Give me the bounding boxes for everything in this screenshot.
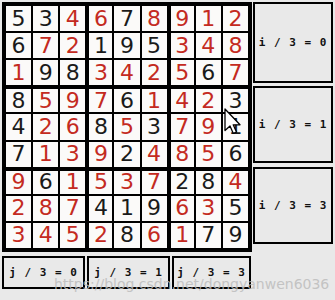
sudoku-cell-r9c7[interactable]: 1: [168, 222, 195, 249]
sudoku-cell-r2c1[interactable]: 6: [5, 32, 32, 59]
sudoku-cell-r6c5[interactable]: 2: [113, 141, 140, 168]
sudoku-cell-r2c2[interactable]: 7: [32, 32, 59, 59]
row-band-label-1: i / 3 = 1: [253, 86, 333, 163]
sudoku-cell-r1c7[interactable]: 9: [168, 5, 195, 32]
sudoku-cell-r1c1[interactable]: 5: [5, 5, 32, 32]
sudoku-cell-r4c3[interactable]: 9: [59, 86, 86, 113]
sudoku-cell-r3c9[interactable]: 7: [222, 59, 249, 86]
row-band-label-2: i / 3 = 3: [253, 167, 333, 244]
sudoku-cell-r4c2[interactable]: 5: [32, 86, 59, 113]
sudoku-cell-r4c8[interactable]: 2: [195, 86, 222, 113]
sudoku-cell-r8c2[interactable]: 8: [32, 195, 59, 222]
sudoku-cell-r1c6[interactable]: 8: [141, 5, 168, 32]
sudoku-cell-r8c5[interactable]: 1: [113, 195, 140, 222]
sudoku-cell-r5c2[interactable]: 2: [32, 113, 59, 140]
sudoku-cell-r2c9[interactable]: 8: [222, 32, 249, 59]
sudoku-cell-r9c9[interactable]: 9: [222, 222, 249, 249]
sudoku-cell-r9c5[interactable]: 8: [113, 222, 140, 249]
sudoku-cell-r9c8[interactable]: 7: [195, 222, 222, 249]
sudoku-cell-r6c8[interactable]: 5: [195, 141, 222, 168]
sudoku-cell-r6c9[interactable]: 6: [222, 141, 249, 168]
sudoku-cell-r1c3[interactable]: 4: [59, 5, 86, 32]
row-band-label-0: i / 3 = 0: [253, 2, 333, 83]
sudoku-cell-r3c4[interactable]: 3: [86, 59, 113, 86]
sudoku-cell-r2c4[interactable]: 1: [86, 32, 113, 59]
sudoku-cell-r1c8[interactable]: 1: [195, 5, 222, 32]
sudoku-cell-r7c9[interactable]: 4: [222, 168, 249, 195]
sudoku-cell-r7c8[interactable]: 8: [195, 168, 222, 195]
sudoku-cell-r2c8[interactable]: 4: [195, 32, 222, 59]
sudoku-cell-r1c4[interactable]: 6: [86, 5, 113, 32]
sudoku-cell-r4c6[interactable]: 1: [141, 86, 168, 113]
col-band-label-2: j / 3 = 3: [172, 256, 251, 289]
sudoku-cell-r5c8[interactable]: 9: [195, 113, 222, 140]
sudoku-cell-r7c7[interactable]: 2: [168, 168, 195, 195]
sudoku-cell-r8c8[interactable]: 3: [195, 195, 222, 222]
sudoku-cell-r6c4[interactable]: 9: [86, 141, 113, 168]
sudoku-cell-r4c4[interactable]: 7: [86, 86, 113, 113]
sudoku-cell-r9c4[interactable]: 2: [86, 222, 113, 249]
sudoku-cell-r1c2[interactable]: 3: [32, 5, 59, 32]
sudoku-cell-r4c7[interactable]: 4: [168, 86, 195, 113]
sudoku-cell-r1c5[interactable]: 7: [113, 5, 140, 32]
sudoku-cell-r6c1[interactable]: 7: [5, 141, 32, 168]
mouse-cursor-icon: [224, 108, 242, 136]
col-band-label-1: j / 3 = 1: [87, 256, 170, 289]
sudoku-cell-r4c5[interactable]: 6: [113, 86, 140, 113]
sudoku-cell-r9c2[interactable]: 4: [32, 222, 59, 249]
sudoku-cell-r6c2[interactable]: 1: [32, 141, 59, 168]
sudoku-cell-r9c1[interactable]: 3: [5, 222, 32, 249]
sudoku-cell-r2c6[interactable]: 5: [141, 32, 168, 59]
sudoku-cell-r6c6[interactable]: 4: [141, 141, 168, 168]
sudoku-cell-r7c5[interactable]: 3: [113, 168, 140, 195]
sudoku-cell-r1c9[interactable]: 2: [222, 5, 249, 32]
sudoku-cell-r6c7[interactable]: 8: [168, 141, 195, 168]
sudoku-cell-r2c7[interactable]: 3: [168, 32, 195, 59]
sudoku-cell-r2c3[interactable]: 2: [59, 32, 86, 59]
sudoku-cell-r7c6[interactable]: 7: [141, 168, 168, 195]
sudoku-cell-r5c1[interactable]: 4: [5, 113, 32, 140]
sudoku-cell-r3c6[interactable]: 2: [141, 59, 168, 86]
col-band-label-0: j / 3 = 0: [2, 256, 85, 289]
sudoku-cell-r4c1[interactable]: 8: [5, 86, 32, 113]
sudoku-cell-r3c2[interactable]: 9: [32, 59, 59, 86]
sudoku-cell-r3c3[interactable]: 8: [59, 59, 86, 86]
sudoku-cell-r6c3[interactable]: 3: [59, 141, 86, 168]
sudoku-cell-r3c8[interactable]: 6: [195, 59, 222, 86]
sudoku-cell-r7c2[interactable]: 6: [32, 168, 59, 195]
sudoku-cell-r2c5[interactable]: 9: [113, 32, 140, 59]
sudoku-cell-r8c6[interactable]: 9: [141, 195, 168, 222]
sudoku-cell-r9c3[interactable]: 5: [59, 222, 86, 249]
sudoku-cell-r8c9[interactable]: 5: [222, 195, 249, 222]
sudoku-cell-r5c4[interactable]: 8: [86, 113, 113, 140]
sudoku-cell-r3c7[interactable]: 5: [168, 59, 195, 86]
sudoku-cell-r5c5[interactable]: 5: [113, 113, 140, 140]
sudoku-cell-r7c1[interactable]: 9: [5, 168, 32, 195]
sudoku-cell-r8c7[interactable]: 6: [168, 195, 195, 222]
sudoku-cell-r3c5[interactable]: 4: [113, 59, 140, 86]
sudoku-cell-r8c3[interactable]: 7: [59, 195, 86, 222]
sudoku-cell-r8c4[interactable]: 4: [86, 195, 113, 222]
sudoku-cell-r5c3[interactable]: 6: [59, 113, 86, 140]
sudoku-diagram: 5346789126721953481983425678597614234268…: [0, 0, 335, 300]
sudoku-cell-r9c6[interactable]: 6: [141, 222, 168, 249]
sudoku-board: 5346789126721953481983425678597614234268…: [2, 2, 252, 252]
sudoku-cell-r3c1[interactable]: 1: [5, 59, 32, 86]
sudoku-cell-r8c1[interactable]: 2: [5, 195, 32, 222]
sudoku-cell-r7c4[interactable]: 5: [86, 168, 113, 195]
sudoku-cell-r5c6[interactable]: 3: [141, 113, 168, 140]
sudoku-cell-r5c7[interactable]: 7: [168, 113, 195, 140]
sudoku-cell-r7c3[interactable]: 1: [59, 168, 86, 195]
